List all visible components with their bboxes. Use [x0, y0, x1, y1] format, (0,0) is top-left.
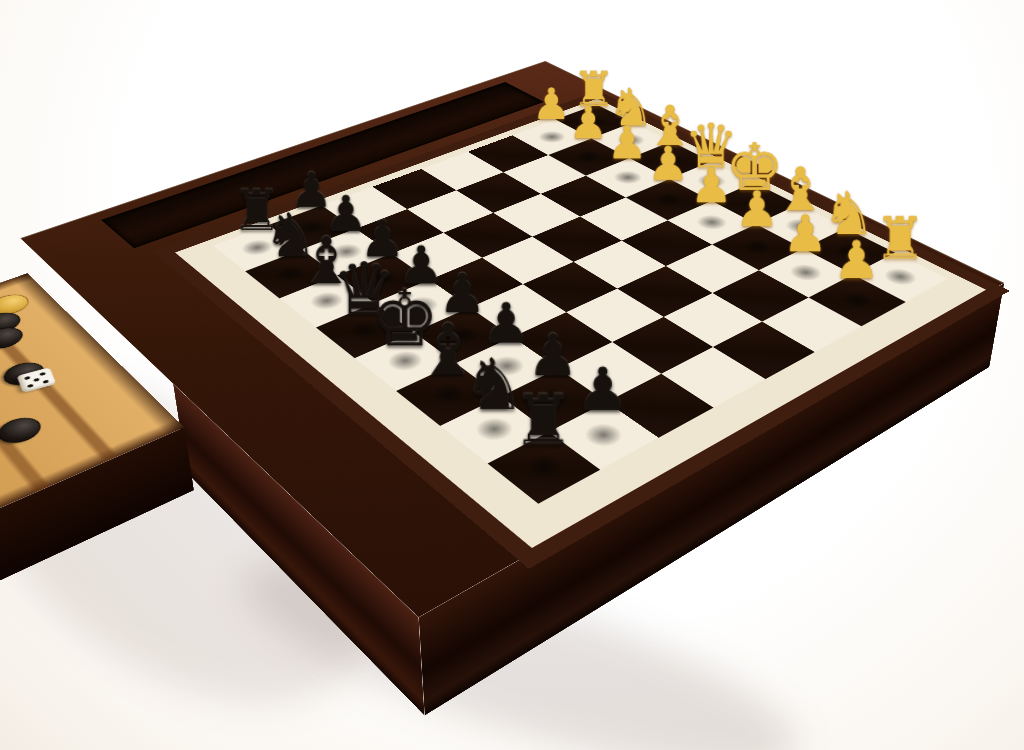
black-rook-h8: ♜ — [503, 373, 583, 467]
black-checker — [0, 323, 29, 352]
perspective-stage: ♜♞♝♛♚♝♞♜♟♟♟♟♟♟♟♟♟♟♟♟♟♟♟♟♜♞♝♛♚♝♞♜ — [0, 0, 1024, 750]
yellow-pawn-h2: ♟ — [823, 221, 891, 300]
yellow-checker — [0, 291, 34, 318]
black-checker — [0, 413, 47, 448]
die-pip — [39, 372, 46, 376]
die-pip — [43, 380, 50, 384]
product-photo-scene: ♜♞♝♛♚♝♞♜♟♟♟♟♟♟♟♟♟♟♟♟♟♟♟♟♜♞♝♛♚♝♞♜ — [0, 0, 1024, 750]
wooden-game-box: ♜♞♝♛♚♝♞♜♟♟♟♟♟♟♟♟♟♟♟♟♟♟♟♟♜♞♝♛♚♝♞♜ — [20, 61, 1004, 617]
black-checker — [0, 358, 50, 390]
die-pip — [24, 376, 31, 380]
black-checker — [0, 309, 26, 338]
die-pip — [27, 384, 34, 388]
die-showing-5 — [17, 367, 57, 393]
die-pip — [33, 378, 40, 382]
